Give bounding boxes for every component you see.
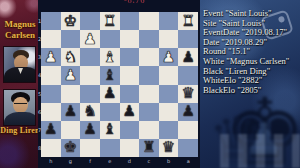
- square-h1: [41, 12, 61, 30]
- black-pawn: ♟: [44, 122, 57, 137]
- black-rook: ♜: [142, 140, 155, 155]
- file-label: d: [120, 157, 140, 164]
- square-a4: [178, 66, 198, 84]
- square-h2: [41, 30, 61, 48]
- square-g8: ♚: [61, 139, 81, 157]
- white-knight: ♞: [64, 50, 77, 65]
- square-e5: ♟: [100, 85, 120, 103]
- black-bishop: ♝: [103, 68, 116, 83]
- square-g3: ♞: [61, 48, 81, 66]
- square-a6: ♟: [178, 103, 198, 121]
- square-g5: [61, 85, 81, 103]
- square-e6: [100, 103, 120, 121]
- black-queen: ♛: [162, 140, 175, 155]
- square-f4: [80, 66, 100, 84]
- square-d2: [120, 30, 140, 48]
- photo-glasses: [14, 103, 27, 107]
- pgn-line: BlackElo "2805": [203, 86, 299, 96]
- photo-body: [4, 112, 36, 126]
- square-c8: ♜: [139, 139, 159, 157]
- square-b8: ♛: [159, 139, 179, 157]
- square-g1: ♚: [61, 12, 81, 30]
- square-b4: [159, 66, 179, 84]
- square-e8: [100, 139, 120, 157]
- square-b5: [159, 85, 179, 103]
- white-player-photo: [3, 46, 36, 83]
- file-label: h: [41, 157, 61, 164]
- square-e4: ♝: [100, 66, 120, 84]
- square-h3: ♟: [41, 48, 61, 66]
- square-e1: ♜: [100, 12, 120, 30]
- file-label: c: [139, 157, 159, 164]
- black-bishop: ♝: [103, 122, 116, 137]
- white-pawn: ♟: [64, 68, 77, 83]
- pgn-panel: ♚ ♛ ♟ Event "Saint Louis"Site "Saint Lou…: [200, 0, 300, 168]
- square-h6: [41, 103, 61, 121]
- square-f7: ♟: [80, 121, 100, 139]
- square-g4: ♟: [61, 66, 81, 84]
- video-frame: Magnus Carlsen Ding Liren -8.76 12345678…: [0, 0, 300, 168]
- white-pawn: ♟: [83, 32, 96, 47]
- square-b3: ♟: [159, 48, 179, 66]
- square-h5: [41, 85, 61, 103]
- white-pawn: ♟: [162, 50, 175, 65]
- square-c2: [139, 30, 159, 48]
- square-d4: [120, 66, 140, 84]
- square-a1: ♜: [178, 12, 198, 30]
- pgn-header-lines: Event "Saint Louis"Site "Saint Louis"Eve…: [203, 9, 299, 95]
- file-label: b: [159, 157, 179, 164]
- square-h7: ♟: [41, 121, 61, 139]
- white-bishop: ♝: [103, 50, 116, 65]
- square-a3: ♟: [178, 48, 198, 66]
- square-b7: [159, 121, 179, 139]
- square-a8: [178, 139, 198, 157]
- black-pawn: ♟: [181, 50, 194, 65]
- square-d3: [120, 48, 140, 66]
- square-f2: ♟: [80, 30, 100, 48]
- black-pawn: ♟: [64, 104, 77, 119]
- chess-board: ♚♜♜♟♟♞♝♟♟♟♝♟♛♟♞♟♟♟♟♝♚♜♛: [41, 12, 198, 157]
- file-label: a: [178, 157, 198, 164]
- white-pawn: ♟: [44, 50, 57, 65]
- file-label: e: [100, 157, 120, 164]
- square-a2: [178, 30, 198, 48]
- square-f6: ♞: [80, 103, 100, 121]
- square-c6: [139, 103, 159, 121]
- square-c7: [139, 121, 159, 139]
- black-pawn: ♟: [181, 104, 194, 119]
- file-label: g: [61, 157, 81, 164]
- square-e7: ♝: [100, 121, 120, 139]
- background-chessboard-texture: [220, 134, 300, 168]
- black-king: ♚: [64, 140, 77, 155]
- square-b2: [159, 30, 179, 48]
- square-g6: ♟: [61, 103, 81, 121]
- black-knight: ♞: [83, 104, 96, 119]
- file-labels: hgfedcba: [41, 157, 198, 164]
- square-a7: [178, 121, 198, 139]
- black-pawn: ♟: [83, 122, 96, 137]
- square-d7: [120, 121, 140, 139]
- square-c1: [139, 12, 159, 30]
- square-h4: [41, 66, 61, 84]
- white-rook: ♜: [103, 14, 116, 29]
- players-panel: Magnus Carlsen Ding Liren: [0, 0, 40, 168]
- white-rook: ♜: [181, 14, 194, 29]
- square-d5: [120, 85, 140, 103]
- black-queen: ♛: [181, 86, 194, 101]
- white-player-name-line1: Magnus: [0, 19, 40, 29]
- black-player-photo: [3, 89, 36, 126]
- square-g7: [61, 121, 81, 139]
- square-f8: [80, 139, 100, 157]
- square-c5: [139, 85, 159, 103]
- square-f1: [80, 12, 100, 30]
- square-d1: [120, 12, 140, 30]
- white-king: ♚: [64, 14, 77, 29]
- square-d6: ♟: [120, 103, 140, 121]
- square-a5: ♛: [178, 85, 198, 103]
- square-c4: [139, 66, 159, 84]
- square-g2: [61, 30, 81, 48]
- white-player-name-line2: Carlsen: [0, 30, 40, 40]
- square-h8: [41, 139, 61, 157]
- black-player-name: Ding Liren: [0, 126, 40, 135]
- square-f5: [80, 85, 100, 103]
- square-f3: [80, 48, 100, 66]
- file-label: f: [80, 157, 100, 164]
- board-zone: -8.76 12345678 ♚♜♜♟♟♞♝♟♟♟♝♟♛♟♞♟♟♟♟♝♚♜♛ h…: [38, 0, 202, 168]
- square-b6: [159, 103, 179, 121]
- square-e3: ♝: [100, 48, 120, 66]
- square-d8: [120, 139, 140, 157]
- engine-eval-text: -8.76: [124, 0, 145, 5]
- black-pawn: ♟: [103, 86, 116, 101]
- square-e2: [100, 30, 120, 48]
- black-pawn: ♟: [123, 104, 136, 119]
- square-c3: [139, 48, 159, 66]
- square-b1: [159, 12, 179, 30]
